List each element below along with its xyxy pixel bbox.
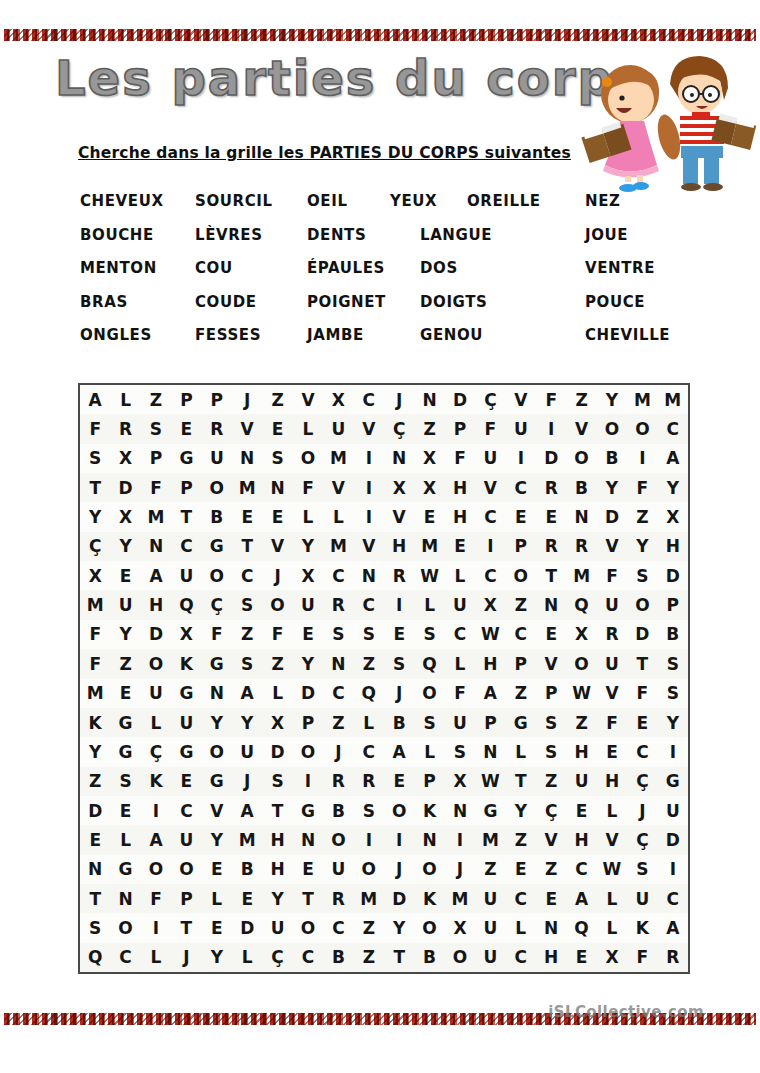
grid-cell[interactable]: I bbox=[506, 444, 536, 473]
grid-cell[interactable]: S bbox=[627, 855, 657, 884]
grid-cell[interactable]: C bbox=[445, 620, 475, 649]
grid-cell[interactable]: F bbox=[445, 679, 475, 708]
grid-cell[interactable]: E bbox=[384, 767, 414, 796]
grid-cell[interactable]: P bbox=[475, 708, 505, 737]
grid-cell[interactable]: O bbox=[445, 943, 475, 972]
grid-cell[interactable]: G bbox=[506, 708, 536, 737]
grid-cell[interactable]: Y bbox=[597, 385, 627, 414]
grid-cell[interactable]: Z bbox=[262, 649, 292, 678]
grid-cell[interactable]: I bbox=[354, 473, 384, 502]
grid-cell[interactable]: X bbox=[445, 913, 475, 942]
grid-cell[interactable]: S bbox=[445, 737, 475, 766]
grid-cell[interactable]: F bbox=[475, 414, 505, 443]
grid-cell[interactable]: M bbox=[475, 825, 505, 854]
grid-cell[interactable]: E bbox=[627, 708, 657, 737]
grid-cell[interactable]: C bbox=[506, 473, 536, 502]
grid-cell[interactable]: C bbox=[323, 679, 353, 708]
grid-cell[interactable]: D bbox=[262, 737, 292, 766]
grid-cell[interactable]: V bbox=[536, 825, 566, 854]
grid-cell[interactable]: X bbox=[445, 767, 475, 796]
grid-cell[interactable]: J bbox=[171, 943, 201, 972]
grid-cell[interactable]: E bbox=[414, 502, 444, 531]
grid-cell[interactable]: P bbox=[171, 473, 201, 502]
grid-cell[interactable]: T bbox=[80, 884, 110, 913]
grid-cell[interactable]: C bbox=[323, 913, 353, 942]
grid-cell[interactable]: L bbox=[597, 913, 627, 942]
grid-cell[interactable]: D bbox=[658, 561, 688, 590]
grid-cell[interactable]: A bbox=[80, 385, 110, 414]
grid-cell[interactable]: C bbox=[658, 884, 688, 913]
grid-cell[interactable]: E bbox=[293, 855, 323, 884]
grid-cell[interactable]: Ç bbox=[627, 825, 657, 854]
grid-cell[interactable]: G bbox=[202, 649, 232, 678]
grid-cell[interactable]: C bbox=[232, 561, 262, 590]
grid-cell[interactable]: X bbox=[323, 385, 353, 414]
grid-cell[interactable]: Ç bbox=[141, 737, 171, 766]
grid-cell[interactable]: X bbox=[262, 708, 292, 737]
grid-cell[interactable]: T bbox=[293, 884, 323, 913]
grid-cell[interactable]: U bbox=[597, 649, 627, 678]
grid-cell[interactable]: N bbox=[536, 913, 566, 942]
grid-cell[interactable]: V bbox=[354, 414, 384, 443]
grid-cell[interactable]: V bbox=[262, 532, 292, 561]
grid-cell[interactable]: J bbox=[323, 737, 353, 766]
grid-cell[interactable]: U bbox=[627, 884, 657, 913]
grid-cell[interactable]: E bbox=[262, 502, 292, 531]
grid-cell[interactable]: L bbox=[445, 649, 475, 678]
grid-cell[interactable]: T bbox=[384, 943, 414, 972]
grid-cell[interactable]: F bbox=[597, 708, 627, 737]
grid-cell[interactable]: B bbox=[597, 444, 627, 473]
grid-cell[interactable]: Z bbox=[536, 767, 566, 796]
grid-cell[interactable]: R bbox=[323, 767, 353, 796]
grid-cell[interactable]: K bbox=[627, 913, 657, 942]
grid-cell[interactable]: L bbox=[323, 502, 353, 531]
grid-cell[interactable]: I bbox=[658, 737, 688, 766]
grid-cell[interactable]: Y bbox=[202, 825, 232, 854]
grid-cell[interactable]: J bbox=[232, 767, 262, 796]
grid-cell[interactable]: Z bbox=[354, 943, 384, 972]
grid-cell[interactable]: D bbox=[232, 913, 262, 942]
grid-cell[interactable]: G bbox=[475, 796, 505, 825]
grid-cell[interactable]: H bbox=[262, 825, 292, 854]
grid-cell[interactable]: C bbox=[354, 590, 384, 619]
grid-cell[interactable]: U bbox=[475, 444, 505, 473]
grid-cell[interactable]: Q bbox=[80, 943, 110, 972]
grid-cell[interactable]: N bbox=[110, 884, 140, 913]
grid-cell[interactable]: F bbox=[293, 473, 323, 502]
grid-cell[interactable]: N bbox=[536, 590, 566, 619]
grid-cell[interactable]: R bbox=[323, 884, 353, 913]
grid-cell[interactable]: S bbox=[658, 679, 688, 708]
grid-cell[interactable]: T bbox=[80, 473, 110, 502]
grid-cell[interactable]: L bbox=[414, 590, 444, 619]
grid-cell[interactable]: Y bbox=[110, 620, 140, 649]
grid-cell[interactable]: G bbox=[110, 708, 140, 737]
grid-cell[interactable]: N bbox=[384, 444, 414, 473]
grid-cell[interactable]: S bbox=[536, 708, 566, 737]
grid-cell[interactable]: W bbox=[475, 620, 505, 649]
grid-cell[interactable]: O bbox=[597, 414, 627, 443]
grid-cell[interactable]: S bbox=[354, 796, 384, 825]
grid-cell[interactable]: C bbox=[506, 943, 536, 972]
grid-cell[interactable]: X bbox=[566, 620, 596, 649]
grid-cell[interactable]: C bbox=[475, 561, 505, 590]
grid-cell[interactable]: D bbox=[293, 679, 323, 708]
grid-cell[interactable]: G bbox=[171, 444, 201, 473]
grid-cell[interactable]: Ç bbox=[475, 385, 505, 414]
grid-cell[interactable]: F bbox=[536, 385, 566, 414]
grid-cell[interactable]: I bbox=[445, 825, 475, 854]
grid-cell[interactable]: T bbox=[232, 532, 262, 561]
grid-cell[interactable]: X bbox=[414, 444, 444, 473]
grid-cell[interactable]: Ç bbox=[536, 796, 566, 825]
grid-cell[interactable]: O bbox=[627, 414, 657, 443]
grid-cell[interactable]: A bbox=[566, 884, 596, 913]
grid-cell[interactable]: U bbox=[171, 825, 201, 854]
grid-cell[interactable]: C bbox=[658, 414, 688, 443]
grid-cell[interactable]: C bbox=[171, 796, 201, 825]
grid-cell[interactable]: G bbox=[110, 855, 140, 884]
grid-cell[interactable]: E bbox=[80, 825, 110, 854]
grid-cell[interactable]: Q bbox=[566, 590, 596, 619]
grid-cell[interactable]: D bbox=[445, 385, 475, 414]
grid-cell[interactable]: R bbox=[323, 590, 353, 619]
grid-cell[interactable]: M bbox=[658, 385, 688, 414]
grid-cell[interactable]: O bbox=[323, 825, 353, 854]
grid-cell[interactable]: H bbox=[384, 532, 414, 561]
grid-cell[interactable]: K bbox=[141, 767, 171, 796]
grid-cell[interactable]: I bbox=[354, 502, 384, 531]
grid-cell[interactable]: K bbox=[171, 649, 201, 678]
grid-cell[interactable]: D bbox=[597, 502, 627, 531]
grid-cell[interactable]: I bbox=[354, 444, 384, 473]
grid-cell[interactable]: V bbox=[232, 414, 262, 443]
grid-cell[interactable]: Z bbox=[262, 385, 292, 414]
grid-cell[interactable]: B bbox=[323, 943, 353, 972]
grid-cell[interactable]: B bbox=[384, 708, 414, 737]
grid-cell[interactable]: T bbox=[262, 796, 292, 825]
grid-cell[interactable]: Z bbox=[354, 913, 384, 942]
grid-cell[interactable]: T bbox=[171, 502, 201, 531]
grid-cell[interactable]: Z bbox=[627, 502, 657, 531]
grid-cell[interactable]: R bbox=[384, 561, 414, 590]
grid-cell[interactable]: Y bbox=[658, 708, 688, 737]
grid-cell[interactable]: F bbox=[202, 620, 232, 649]
grid-cell[interactable]: U bbox=[232, 737, 262, 766]
grid-cell[interactable]: V bbox=[597, 679, 627, 708]
grid-cell[interactable]: M bbox=[354, 884, 384, 913]
grid-cell[interactable]: O bbox=[414, 679, 444, 708]
grid-cell[interactable]: M bbox=[323, 532, 353, 561]
grid-cell[interactable]: I bbox=[536, 414, 566, 443]
grid-cell[interactable]: S bbox=[262, 444, 292, 473]
grid-cell[interactable]: I bbox=[293, 767, 323, 796]
grid-cell[interactable]: J bbox=[262, 561, 292, 590]
grid-cell[interactable]: U bbox=[110, 590, 140, 619]
grid-cell[interactable]: T bbox=[506, 767, 536, 796]
grid-cell[interactable]: E bbox=[536, 620, 566, 649]
grid-cell[interactable]: O bbox=[354, 855, 384, 884]
grid-cell[interactable]: N bbox=[293, 825, 323, 854]
grid-cell[interactable]: E bbox=[202, 913, 232, 942]
grid-cell[interactable]: S bbox=[414, 708, 444, 737]
grid-cell[interactable]: H bbox=[566, 737, 596, 766]
grid-cell[interactable]: I bbox=[141, 913, 171, 942]
grid-cell[interactable]: W bbox=[566, 679, 596, 708]
grid-cell[interactable]: S bbox=[141, 414, 171, 443]
grid-cell[interactable]: F bbox=[627, 679, 657, 708]
grid-cell[interactable]: H bbox=[536, 943, 566, 972]
grid-cell[interactable]: N bbox=[445, 796, 475, 825]
grid-cell[interactable]: E bbox=[232, 502, 262, 531]
grid-cell[interactable]: E bbox=[506, 855, 536, 884]
grid-cell[interactable]: N bbox=[475, 737, 505, 766]
grid-cell[interactable]: E bbox=[566, 943, 596, 972]
grid-cell[interactable]: M bbox=[232, 825, 262, 854]
grid-cell[interactable]: Ç bbox=[202, 590, 232, 619]
grid-cell[interactable]: F bbox=[80, 649, 110, 678]
grid-cell[interactable]: J bbox=[627, 796, 657, 825]
grid-cell[interactable]: P bbox=[506, 649, 536, 678]
grid-cell[interactable]: D bbox=[141, 620, 171, 649]
grid-cell[interactable]: U bbox=[293, 590, 323, 619]
grid-cell[interactable]: S bbox=[262, 767, 292, 796]
grid-cell[interactable]: G bbox=[202, 532, 232, 561]
grid-cell[interactable]: Y bbox=[80, 737, 110, 766]
grid-cell[interactable]: A bbox=[232, 679, 262, 708]
grid-cell[interactable]: E bbox=[384, 620, 414, 649]
grid-cell[interactable]: X bbox=[658, 502, 688, 531]
grid-cell[interactable]: U bbox=[202, 444, 232, 473]
grid-cell[interactable]: X bbox=[597, 943, 627, 972]
grid-cell[interactable]: A bbox=[232, 796, 262, 825]
grid-cell[interactable]: L bbox=[293, 414, 323, 443]
grid-cell[interactable]: I bbox=[658, 855, 688, 884]
grid-cell[interactable]: C bbox=[293, 943, 323, 972]
grid-cell[interactable]: L bbox=[506, 913, 536, 942]
grid-cell[interactable]: U bbox=[475, 884, 505, 913]
grid-cell[interactable]: A bbox=[475, 679, 505, 708]
grid-cell[interactable]: O bbox=[141, 855, 171, 884]
grid-cell[interactable]: K bbox=[414, 796, 444, 825]
grid-cell[interactable]: M bbox=[80, 679, 110, 708]
grid-cell[interactable]: A bbox=[658, 913, 688, 942]
grid-cell[interactable]: G bbox=[293, 796, 323, 825]
grid-cell[interactable]: U bbox=[171, 561, 201, 590]
grid-cell[interactable]: X bbox=[475, 590, 505, 619]
grid-cell[interactable]: Y bbox=[293, 532, 323, 561]
grid-cell[interactable]: O bbox=[566, 649, 596, 678]
grid-cell[interactable]: Q bbox=[414, 649, 444, 678]
grid-cell[interactable]: H bbox=[445, 473, 475, 502]
grid-cell[interactable]: E bbox=[232, 884, 262, 913]
grid-cell[interactable]: U bbox=[141, 679, 171, 708]
grid-cell[interactable]: T bbox=[536, 561, 566, 590]
grid-cell[interactable]: E bbox=[202, 855, 232, 884]
grid-cell[interactable]: O bbox=[202, 561, 232, 590]
grid-cell[interactable]: S bbox=[384, 649, 414, 678]
grid-cell[interactable]: Z bbox=[80, 767, 110, 796]
grid-cell[interactable]: E bbox=[566, 796, 596, 825]
grid-cell[interactable]: Z bbox=[536, 855, 566, 884]
grid-cell[interactable]: F bbox=[141, 884, 171, 913]
grid-cell[interactable]: P bbox=[658, 590, 688, 619]
grid-cell[interactable]: Z bbox=[414, 414, 444, 443]
grid-cell[interactable]: R bbox=[354, 767, 384, 796]
grid-cell[interactable]: E bbox=[110, 796, 140, 825]
grid-cell[interactable]: I bbox=[141, 796, 171, 825]
grid-cell[interactable]: O bbox=[202, 473, 232, 502]
grid-cell[interactable]: X bbox=[293, 561, 323, 590]
grid-cell[interactable]: N bbox=[414, 825, 444, 854]
grid-cell[interactable]: O bbox=[384, 796, 414, 825]
grid-cell[interactable]: B bbox=[414, 943, 444, 972]
grid-cell[interactable]: D bbox=[627, 620, 657, 649]
grid-cell[interactable]: P bbox=[536, 679, 566, 708]
grid-cell[interactable]: E bbox=[536, 502, 566, 531]
grid-cell[interactable]: D bbox=[384, 884, 414, 913]
grid-cell[interactable]: S bbox=[414, 620, 444, 649]
grid-cell[interactable]: L bbox=[597, 796, 627, 825]
grid-cell[interactable]: Ç bbox=[80, 532, 110, 561]
grid-cell[interactable]: N bbox=[202, 679, 232, 708]
grid-cell[interactable]: O bbox=[414, 855, 444, 884]
grid-cell[interactable]: V bbox=[566, 414, 596, 443]
grid-cell[interactable]: I bbox=[384, 825, 414, 854]
grid-cell[interactable]: M bbox=[414, 532, 444, 561]
grid-cell[interactable]: V bbox=[384, 502, 414, 531]
grid-cell[interactable]: Y bbox=[384, 913, 414, 942]
grid-cell[interactable]: V bbox=[597, 825, 627, 854]
grid-cell[interactable]: U bbox=[475, 913, 505, 942]
grid-cell[interactable]: U bbox=[262, 913, 292, 942]
grid-cell[interactable]: C bbox=[475, 502, 505, 531]
grid-cell[interactable]: F bbox=[80, 620, 110, 649]
grid-cell[interactable]: I bbox=[627, 444, 657, 473]
grid-cell[interactable]: X bbox=[110, 502, 140, 531]
grid-cell[interactable]: M bbox=[627, 385, 657, 414]
grid-cell[interactable]: Z bbox=[506, 679, 536, 708]
grid-cell[interactable]: C bbox=[171, 532, 201, 561]
grid-cell[interactable]: R bbox=[536, 473, 566, 502]
grid-cell[interactable]: P bbox=[171, 884, 201, 913]
grid-cell[interactable]: F bbox=[141, 473, 171, 502]
grid-cell[interactable]: Z bbox=[506, 825, 536, 854]
grid-cell[interactable]: U bbox=[566, 767, 596, 796]
grid-cell[interactable]: E bbox=[536, 884, 566, 913]
grid-cell[interactable]: S bbox=[627, 561, 657, 590]
grid-cell[interactable]: Y bbox=[627, 532, 657, 561]
grid-cell[interactable]: F bbox=[445, 444, 475, 473]
grid-cell[interactable]: J bbox=[445, 855, 475, 884]
grid-cell[interactable]: E bbox=[506, 502, 536, 531]
grid-cell[interactable]: G bbox=[171, 679, 201, 708]
grid-cell[interactable]: Y bbox=[110, 532, 140, 561]
grid-cell[interactable]: O bbox=[141, 649, 171, 678]
grid-cell[interactable]: P bbox=[506, 532, 536, 561]
grid-cell[interactable]: W bbox=[597, 855, 627, 884]
grid-cell[interactable]: Y bbox=[293, 649, 323, 678]
grid-cell[interactable]: K bbox=[414, 884, 444, 913]
grid-cell[interactable]: U bbox=[445, 708, 475, 737]
grid-cell[interactable]: V bbox=[354, 532, 384, 561]
grid-cell[interactable]: Z bbox=[566, 708, 596, 737]
grid-cell[interactable]: T bbox=[627, 649, 657, 678]
grid-cell[interactable]: O bbox=[414, 913, 444, 942]
grid-cell[interactable]: O bbox=[293, 444, 323, 473]
grid-cell[interactable]: S bbox=[354, 620, 384, 649]
grid-cell[interactable]: V bbox=[536, 649, 566, 678]
grid-cell[interactable]: Z bbox=[354, 649, 384, 678]
grid-cell[interactable]: O bbox=[110, 913, 140, 942]
grid-cell[interactable]: O bbox=[293, 913, 323, 942]
grid-cell[interactable]: V bbox=[323, 473, 353, 502]
grid-cell[interactable]: C bbox=[506, 884, 536, 913]
grid-cell[interactable]: E bbox=[110, 679, 140, 708]
grid-cell[interactable]: O bbox=[202, 737, 232, 766]
grid-cell[interactable]: E bbox=[597, 737, 627, 766]
grid-cell[interactable]: M bbox=[232, 473, 262, 502]
grid-cell[interactable]: U bbox=[171, 708, 201, 737]
grid-cell[interactable]: H bbox=[262, 855, 292, 884]
grid-cell[interactable]: B bbox=[566, 473, 596, 502]
grid-cell[interactable]: Z bbox=[110, 649, 140, 678]
grid-cell[interactable]: I bbox=[354, 825, 384, 854]
grid-cell[interactable]: Y bbox=[80, 502, 110, 531]
grid-cell[interactable]: S bbox=[232, 590, 262, 619]
grid-cell[interactable]: D bbox=[80, 796, 110, 825]
grid-cell[interactable]: L bbox=[445, 561, 475, 590]
grid-cell[interactable]: U bbox=[475, 943, 505, 972]
grid-cell[interactable]: E bbox=[445, 532, 475, 561]
grid-cell[interactable]: V bbox=[202, 796, 232, 825]
grid-cell[interactable]: F bbox=[627, 943, 657, 972]
grid-cell[interactable]: J bbox=[384, 855, 414, 884]
grid-cell[interactable]: Y bbox=[232, 708, 262, 737]
grid-cell[interactable]: X bbox=[171, 620, 201, 649]
grid-cell[interactable]: Z bbox=[475, 855, 505, 884]
grid-cell[interactable]: C bbox=[323, 561, 353, 590]
grid-cell[interactable]: V bbox=[475, 473, 505, 502]
grid-cell[interactable]: C bbox=[627, 737, 657, 766]
grid-cell[interactable]: J bbox=[384, 385, 414, 414]
grid-cell[interactable]: Ç bbox=[384, 414, 414, 443]
grid-cell[interactable]: Z bbox=[323, 708, 353, 737]
grid-cell[interactable]: R bbox=[536, 532, 566, 561]
grid-cell[interactable]: O bbox=[262, 590, 292, 619]
grid-cell[interactable]: E bbox=[262, 414, 292, 443]
grid-cell[interactable]: L bbox=[202, 884, 232, 913]
grid-cell[interactable]: M bbox=[141, 502, 171, 531]
grid-cell[interactable]: B bbox=[323, 796, 353, 825]
grid-cell[interactable]: Y bbox=[506, 796, 536, 825]
grid-cell[interactable]: F bbox=[627, 473, 657, 502]
grid-cell[interactable]: N bbox=[141, 532, 171, 561]
grid-cell[interactable]: G bbox=[658, 767, 688, 796]
grid-cell[interactable]: A bbox=[141, 825, 171, 854]
grid-cell[interactable]: C bbox=[566, 855, 596, 884]
grid-cell[interactable]: L bbox=[354, 708, 384, 737]
grid-cell[interactable]: X bbox=[384, 473, 414, 502]
grid-cell[interactable]: G bbox=[171, 737, 201, 766]
grid-cell[interactable]: Ç bbox=[262, 943, 292, 972]
grid-cell[interactable]: U bbox=[323, 855, 353, 884]
grid-cell[interactable]: C bbox=[506, 620, 536, 649]
grid-cell[interactable]: S bbox=[232, 649, 262, 678]
grid-cell[interactable]: Z bbox=[141, 385, 171, 414]
grid-cell[interactable]: M bbox=[566, 561, 596, 590]
